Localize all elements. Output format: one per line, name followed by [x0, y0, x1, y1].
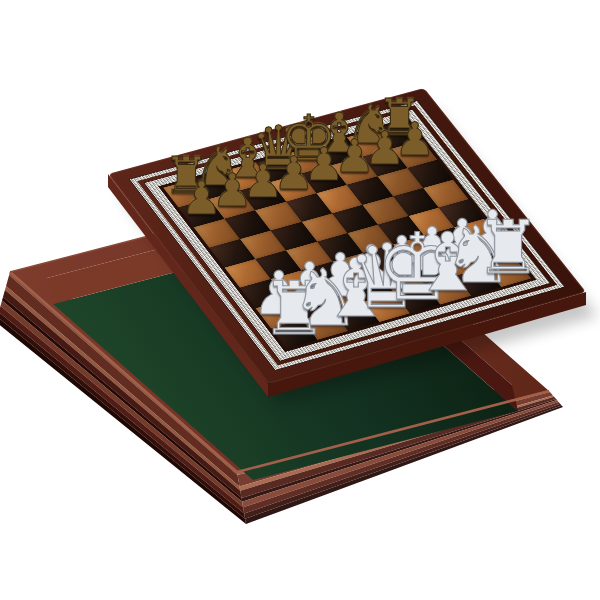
chess-set-photo: ♜♞♝♛♚♝♞♜♟♟♟♟♟♟♟♟♟♟♟♟♟♟♟♟♜♞♝♛♚♝♞♜ [0, 0, 600, 600]
